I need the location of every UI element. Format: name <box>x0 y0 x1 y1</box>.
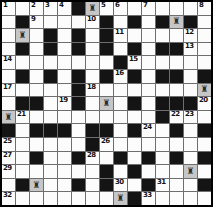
clue-number: 18 <box>87 84 96 91</box>
letter-cell[interactable] <box>184 192 197 205</box>
letter-cell[interactable] <box>170 192 183 205</box>
blocked-cell <box>44 70 57 83</box>
blocked-cell <box>86 124 99 137</box>
blocked-cell <box>44 124 57 137</box>
blocked-cell <box>170 43 183 56</box>
blocked-cell <box>86 138 99 151</box>
letter-cell[interactable] <box>16 192 29 205</box>
letter-cell[interactable] <box>58 111 71 124</box>
letter-cell[interactable] <box>86 97 99 110</box>
letter-cell[interactable] <box>58 179 71 192</box>
letter-cell[interactable] <box>114 165 127 178</box>
stamp-icon: ♜ <box>186 166 194 175</box>
letter-cell[interactable]: 23 <box>184 111 197 124</box>
clue-number: 9 <box>31 16 35 23</box>
clue-number: 29 <box>3 165 12 172</box>
letter-cell[interactable] <box>170 84 183 97</box>
letter-cell[interactable] <box>86 70 99 83</box>
letter-cell[interactable] <box>58 70 71 83</box>
clue-number: 22 <box>171 111 180 118</box>
letter-cell[interactable]: 14 <box>2 56 15 69</box>
letter-cell[interactable] <box>114 111 127 124</box>
blocked-cell <box>170 97 183 110</box>
letter-cell[interactable] <box>198 165 211 178</box>
clue-number: 14 <box>3 56 12 63</box>
clue-number: 17 <box>3 84 12 91</box>
stamp-cell: ♜ <box>16 29 29 42</box>
letter-cell[interactable]: 1 <box>2 2 15 15</box>
blocked-cell <box>2 124 15 137</box>
stamp-cell: ♜ <box>30 179 43 192</box>
letter-cell[interactable] <box>114 138 127 151</box>
stamp-icon: ♜ <box>4 112 12 121</box>
letter-cell[interactable]: 9 <box>30 16 43 29</box>
letter-cell[interactable] <box>128 179 141 192</box>
blocked-cell <box>128 192 141 205</box>
blocked-cell <box>72 29 85 42</box>
clue-number: 5 <box>101 2 105 9</box>
letter-cell[interactable]: 11 <box>114 29 127 42</box>
letter-cell[interactable] <box>86 29 99 42</box>
clue-number: 31 <box>157 179 166 186</box>
blocked-cell <box>58 124 71 137</box>
letter-cell[interactable] <box>100 152 113 165</box>
blocked-cell <box>156 97 169 110</box>
letter-cell[interactable] <box>86 192 99 205</box>
blocked-cell <box>100 43 113 56</box>
blocked-cell <box>156 70 169 83</box>
blocked-cell <box>16 16 29 29</box>
letter-cell[interactable]: 5 <box>100 2 113 15</box>
letter-cell[interactable] <box>170 29 183 42</box>
letter-cell[interactable] <box>198 29 211 42</box>
letter-cell[interactable] <box>100 56 113 69</box>
letter-cell[interactable] <box>72 124 85 137</box>
clue-number: 26 <box>101 138 110 145</box>
letter-cell[interactable] <box>128 29 141 42</box>
blocked-cell <box>72 179 85 192</box>
crossword-board: 1234♜5678910♜♜1112131415161718♜19♜20♜212… <box>0 0 213 207</box>
letter-cell[interactable] <box>100 84 113 97</box>
letter-cell[interactable]: 6 <box>114 2 127 15</box>
letter-cell[interactable] <box>86 56 99 69</box>
letter-cell[interactable] <box>184 84 197 97</box>
letter-cell[interactable] <box>170 2 183 15</box>
stamp-cell: ♜ <box>86 2 99 15</box>
blocked-cell <box>170 152 183 165</box>
letter-cell[interactable] <box>156 165 169 178</box>
letter-cell[interactable] <box>184 56 197 69</box>
letter-cell[interactable] <box>142 84 155 97</box>
clue-number: 1 <box>3 2 7 9</box>
blocked-cell <box>156 111 169 124</box>
letter-cell[interactable] <box>156 138 169 151</box>
letter-cell[interactable]: 31 <box>156 179 169 192</box>
clue-number: 33 <box>143 192 152 199</box>
blocked-cell <box>198 152 211 165</box>
letter-cell[interactable] <box>58 16 71 29</box>
blocked-cell <box>114 152 127 165</box>
stamp-cell: ♜ <box>170 16 183 29</box>
letter-cell[interactable] <box>30 192 43 205</box>
letter-cell[interactable]: 26 <box>100 138 113 151</box>
letter-cell[interactable] <box>44 16 57 29</box>
blocked-cell <box>100 165 113 178</box>
letter-cell[interactable]: 22 <box>170 111 183 124</box>
letter-cell[interactable] <box>184 152 197 165</box>
letter-cell[interactable] <box>184 124 197 137</box>
clue-number: 15 <box>129 56 138 63</box>
letter-cell[interactable] <box>16 165 29 178</box>
letter-cell[interactable] <box>44 152 57 165</box>
letter-cell[interactable] <box>128 2 141 15</box>
letter-cell[interactable] <box>156 152 169 165</box>
letter-cell[interactable] <box>198 111 211 124</box>
clue-number: 13 <box>185 43 194 50</box>
letter-cell[interactable] <box>128 111 141 124</box>
letter-cell[interactable] <box>72 56 85 69</box>
letter-cell[interactable] <box>114 124 127 137</box>
letter-cell[interactable] <box>16 84 29 97</box>
letter-cell[interactable]: 25 <box>2 138 15 151</box>
blocked-cell <box>16 70 29 83</box>
letter-cell[interactable] <box>30 165 43 178</box>
clue-number: 4 <box>59 2 63 9</box>
clue-number: 6 <box>115 2 119 9</box>
clue-number: 10 <box>87 16 96 23</box>
letter-cell[interactable]: 3 <box>44 2 57 15</box>
clue-number: 21 <box>17 111 26 118</box>
letter-cell[interactable] <box>100 192 113 205</box>
letter-cell[interactable] <box>142 97 155 110</box>
letter-cell[interactable] <box>142 70 155 83</box>
letter-cell[interactable] <box>184 138 197 151</box>
letter-cell[interactable] <box>86 179 99 192</box>
letter-cell[interactable] <box>156 124 169 137</box>
blocked-cell <box>184 97 197 110</box>
letter-cell[interactable] <box>30 43 43 56</box>
letter-cell[interactable] <box>30 84 43 97</box>
letter-cell[interactable]: 2 <box>30 2 43 15</box>
blocked-cell <box>100 29 113 42</box>
letter-cell[interactable] <box>30 70 43 83</box>
letter-cell[interactable] <box>86 43 99 56</box>
letter-cell[interactable] <box>156 84 169 97</box>
letter-cell[interactable] <box>58 43 71 56</box>
blocked-cell <box>156 43 169 56</box>
stamp-cell: ♜ <box>184 165 197 178</box>
blocked-cell <box>72 152 85 165</box>
letter-cell[interactable] <box>2 16 15 29</box>
letter-cell[interactable] <box>16 56 29 69</box>
letter-cell[interactable] <box>30 111 43 124</box>
stamp-icon: ♜ <box>32 180 40 189</box>
clue-number: 25 <box>3 138 12 145</box>
letter-cell[interactable] <box>156 2 169 15</box>
letter-cell[interactable] <box>128 152 141 165</box>
blocked-cell <box>72 2 85 15</box>
letter-cell[interactable]: 18 <box>86 84 99 97</box>
letter-cell[interactable] <box>170 165 183 178</box>
letter-cell[interactable] <box>44 138 57 151</box>
stamp-cell: ♜ <box>114 192 127 205</box>
letter-cell[interactable] <box>72 192 85 205</box>
letter-cell[interactable] <box>114 84 127 97</box>
letter-cell[interactable] <box>16 152 29 165</box>
letter-cell[interactable] <box>142 43 155 56</box>
clue-number: 30 <box>115 179 124 186</box>
blocked-cell <box>72 70 85 83</box>
stamp-icon: ♜ <box>200 85 208 94</box>
letter-cell[interactable] <box>16 124 29 137</box>
blocked-cell <box>100 124 113 137</box>
letter-cell[interactable]: 15 <box>128 56 141 69</box>
blocked-cell <box>100 70 113 83</box>
clue-number: 2 <box>31 2 35 9</box>
letter-cell[interactable] <box>100 111 113 124</box>
blocked-cell <box>16 97 29 110</box>
blocked-cell <box>170 124 183 137</box>
letter-cell[interactable] <box>198 43 211 56</box>
letter-cell[interactable] <box>142 16 155 29</box>
stamp-icon: ♜ <box>172 17 180 26</box>
crossword-puzzle: 1234♜5678910♜♜1112131415161718♜19♜20♜212… <box>0 0 213 207</box>
blocked-cell <box>44 29 57 42</box>
stamp-cell: ♜ <box>2 111 15 124</box>
letter-cell[interactable] <box>30 138 43 151</box>
stamp-icon: ♜ <box>102 98 110 107</box>
letter-cell[interactable]: 28 <box>86 152 99 165</box>
letter-cell[interactable] <box>198 16 211 29</box>
letter-cell[interactable] <box>114 97 127 110</box>
letter-cell[interactable] <box>142 165 155 178</box>
blocked-cell <box>30 97 43 110</box>
letter-cell[interactable] <box>72 165 85 178</box>
letter-cell[interactable]: 27 <box>2 152 15 165</box>
clue-number: 3 <box>45 2 49 9</box>
clue-number: 8 <box>199 2 203 9</box>
letter-cell[interactable]: 13 <box>184 43 197 56</box>
blocked-cell <box>142 152 155 165</box>
letter-cell[interactable] <box>128 138 141 151</box>
letter-cell[interactable]: 12 <box>184 29 197 42</box>
letter-cell[interactable] <box>86 165 99 178</box>
letter-cell[interactable]: 21 <box>16 111 29 124</box>
blocked-cell <box>128 16 141 29</box>
letter-cell[interactable] <box>58 29 71 42</box>
letter-cell[interactable] <box>184 70 197 83</box>
letter-cell[interactable] <box>44 56 57 69</box>
letter-cell[interactable]: 33 <box>142 192 155 205</box>
letter-cell[interactable]: 8 <box>198 2 211 15</box>
letter-cell[interactable] <box>44 84 57 97</box>
letter-cell[interactable] <box>170 179 183 192</box>
letter-cell[interactable]: 19 <box>58 97 71 110</box>
letter-cell[interactable] <box>58 152 71 165</box>
blocked-cell <box>114 56 127 69</box>
letter-cell[interactable] <box>72 16 85 29</box>
clue-number: 11 <box>115 29 124 36</box>
clue-number: 7 <box>143 2 147 9</box>
letter-cell[interactable] <box>184 179 197 192</box>
letter-cell[interactable] <box>156 56 169 69</box>
letter-cell[interactable]: 16 <box>114 70 127 83</box>
blocked-cell <box>128 70 141 83</box>
blocked-cell <box>128 165 141 178</box>
blocked-cell <box>100 16 113 29</box>
letter-cell[interactable] <box>72 138 85 151</box>
letter-cell[interactable] <box>16 2 29 15</box>
letter-cell[interactable] <box>2 43 15 56</box>
clue-number: 12 <box>185 29 194 36</box>
blocked-cell <box>72 84 85 97</box>
letter-cell[interactable] <box>198 192 211 205</box>
letter-cell[interactable] <box>2 70 15 83</box>
blocked-cell <box>72 97 85 110</box>
stamp-cell: ♜ <box>198 84 211 97</box>
blocked-cell <box>198 70 211 83</box>
letter-cell[interactable]: 4 <box>58 2 71 15</box>
letter-cell[interactable]: 29 <box>2 165 15 178</box>
letter-cell[interactable] <box>58 56 71 69</box>
blocked-cell <box>156 16 169 29</box>
letter-cell[interactable] <box>44 179 57 192</box>
letter-cell[interactable] <box>156 29 169 42</box>
letter-cell[interactable] <box>114 43 127 56</box>
clue-number: 16 <box>115 70 124 77</box>
blocked-cell <box>44 43 57 56</box>
letter-cell[interactable] <box>2 179 15 192</box>
clue-number: 32 <box>3 192 12 199</box>
blocked-cell <box>128 124 141 137</box>
letter-cell[interactable]: 20 <box>198 97 211 110</box>
blocked-cell <box>16 179 29 192</box>
letter-cell[interactable] <box>44 97 57 110</box>
letter-cell[interactable] <box>16 138 29 151</box>
blocked-cell <box>72 43 85 56</box>
letter-cell[interactable] <box>142 111 155 124</box>
clue-number: 19 <box>59 97 68 104</box>
letter-cell[interactable] <box>114 16 127 29</box>
blocked-cell <box>142 179 155 192</box>
letter-cell[interactable] <box>86 111 99 124</box>
letter-cell[interactable] <box>30 29 43 42</box>
letter-cell[interactable] <box>142 29 155 42</box>
blocked-cell <box>198 179 211 192</box>
letter-cell[interactable] <box>198 56 211 69</box>
clue-number: 28 <box>87 152 96 159</box>
clue-number: 27 <box>3 152 12 159</box>
stamp-icon: ♜ <box>18 30 26 39</box>
blocked-cell <box>184 16 197 29</box>
letter-cell[interactable] <box>128 84 141 97</box>
letter-cell[interactable]: 17 <box>2 84 15 97</box>
letter-cell[interactable] <box>142 138 155 151</box>
letter-cell[interactable] <box>44 192 57 205</box>
clue-number: 23 <box>185 111 194 118</box>
letter-cell[interactable] <box>170 56 183 69</box>
letter-cell[interactable] <box>72 111 85 124</box>
letter-cell[interactable]: 7 <box>142 2 155 15</box>
letter-cell[interactable] <box>30 56 43 69</box>
stamp-cell: ♜ <box>100 97 113 110</box>
blocked-cell <box>30 124 43 137</box>
blocked-cell <box>128 97 141 110</box>
letter-cell[interactable] <box>44 165 57 178</box>
letter-cell[interactable] <box>58 192 71 205</box>
letter-cell[interactable] <box>198 138 211 151</box>
blocked-cell <box>128 43 141 56</box>
letter-cell[interactable] <box>142 56 155 69</box>
letter-cell[interactable] <box>58 138 71 151</box>
blocked-cell <box>100 179 113 192</box>
letter-cell[interactable] <box>2 29 15 42</box>
clue-number: 20 <box>199 97 208 104</box>
blocked-cell <box>16 43 29 56</box>
letter-cell[interactable] <box>58 84 71 97</box>
letter-cell[interactable]: 10 <box>86 16 99 29</box>
letter-cell[interactable] <box>184 2 197 15</box>
letter-cell[interactable]: 24 <box>142 124 155 137</box>
letter-cell[interactable]: 32 <box>2 192 15 205</box>
blocked-cell <box>30 152 43 165</box>
letter-cell[interactable] <box>2 97 15 110</box>
clue-number: 24 <box>143 124 152 131</box>
blocked-cell <box>170 70 183 83</box>
letter-cell[interactable] <box>44 111 57 124</box>
letter-cell[interactable] <box>58 165 71 178</box>
letter-cell[interactable]: 30 <box>114 179 127 192</box>
letter-cell[interactable] <box>156 192 169 205</box>
blocked-cell <box>198 124 211 137</box>
stamp-icon: ♜ <box>88 3 96 12</box>
stamp-icon: ♜ <box>116 194 124 203</box>
letter-cell[interactable] <box>170 138 183 151</box>
